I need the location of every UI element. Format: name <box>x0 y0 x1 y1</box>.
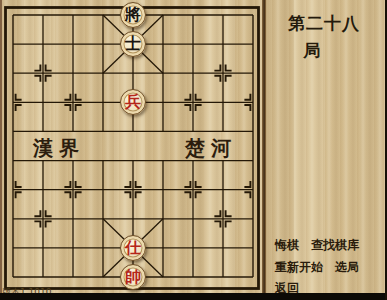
piece-glyph: 仕 <box>125 240 141 256</box>
piece-red-advisor[interactable]: 仕 <box>120 235 146 261</box>
piece-red-soldier[interactable]: 兵 <box>120 89 146 115</box>
menu-undo-button[interactable]: 悔棋 <box>275 237 299 254</box>
bottom-edge-strip <box>0 293 387 300</box>
piece-glyph: 帥 <box>125 269 141 285</box>
piece-glyph: 將 <box>125 7 141 23</box>
menu-row-2: 重新开始 选局 <box>275 259 359 276</box>
menu-restart-button[interactable]: 重新开始 <box>275 259 323 276</box>
piece-grid: 將士兵仕帥 <box>0 0 268 291</box>
app-window: 漢界 楚河 將士兵仕帥 第二十八 局 悔棋 查找棋库 重新开始 选局 返回 版本… <box>0 0 387 300</box>
problem-title-line1: 第二十八 <box>288 12 360 35</box>
menu-search-library-button[interactable]: 查找棋库 <box>311 237 359 254</box>
left-edge-strip <box>0 0 2 293</box>
menu-select-game-button[interactable]: 选局 <box>335 259 359 276</box>
menu: 悔棋 查找棋库 重新开始 选局 返回 <box>275 237 359 300</box>
piece-red-general[interactable]: 帥 <box>120 264 146 290</box>
menu-row-1: 悔棋 查找棋库 <box>275 237 359 254</box>
piece-black-advisor[interactable]: 士 <box>120 31 146 57</box>
side-panel: 第二十八 局 悔棋 查找棋库 重新开始 选局 返回 <box>267 0 385 293</box>
piece-glyph: 士 <box>125 36 141 52</box>
piece-black-general[interactable]: 將 <box>120 2 146 28</box>
problem-title: 第二十八 局 <box>288 12 360 62</box>
xiangqi-board: 漢界 楚河 將士兵仕帥 <box>0 0 262 293</box>
piece-glyph: 兵 <box>125 94 141 110</box>
problem-title-line2: 局 <box>303 39 360 62</box>
